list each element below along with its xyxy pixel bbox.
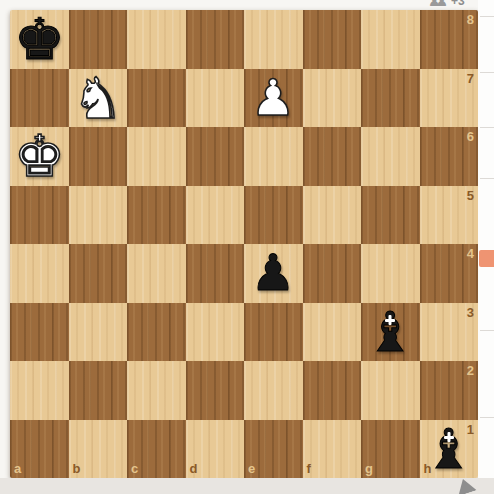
square-e6[interactable] (244, 127, 303, 186)
square-b4[interactable] (69, 244, 128, 303)
scroll-marker[interactable] (479, 250, 494, 267)
separator-line (480, 16, 494, 17)
square-h5[interactable]: 5 (420, 186, 479, 245)
square-b3[interactable] (69, 303, 128, 362)
square-d3[interactable] (186, 303, 245, 362)
file-label-d: d (190, 462, 198, 475)
separator-line (480, 178, 494, 179)
square-h4[interactable]: 4 (420, 244, 479, 303)
square-c2[interactable] (127, 361, 186, 420)
square-f5[interactable] (303, 186, 362, 245)
square-b1[interactable]: b (69, 420, 128, 479)
square-h7[interactable]: 7 (420, 69, 479, 128)
white-knight-b7[interactable]: ♞ (69, 69, 128, 128)
square-c4[interactable] (127, 244, 186, 303)
white-king-a6[interactable]: ♚ (10, 127, 69, 186)
square-e5[interactable] (244, 186, 303, 245)
bishop-cross-detail (444, 436, 454, 439)
square-f8[interactable] (303, 10, 362, 69)
file-label-c: c (131, 462, 138, 475)
square-a1[interactable]: a (10, 420, 69, 479)
square-b7[interactable]: ♞ (69, 69, 128, 128)
square-b2[interactable] (69, 361, 128, 420)
square-d8[interactable] (186, 10, 245, 69)
captured-pieces-indicator: ♟♟ +3 (428, 0, 465, 10)
rank-label-4: 4 (467, 247, 474, 260)
file-label-g: g (365, 462, 373, 475)
square-d4[interactable] (186, 244, 245, 303)
bishop-cross-detail (385, 319, 395, 322)
rank-label-7: 7 (467, 72, 474, 85)
square-e2[interactable] (244, 361, 303, 420)
square-c7[interactable] (127, 69, 186, 128)
separator-line (480, 127, 494, 128)
square-b5[interactable] (69, 186, 128, 245)
square-h1[interactable]: 1h♝ (420, 420, 479, 479)
square-a6[interactable]: ♚ (10, 127, 69, 186)
square-g7[interactable] (361, 69, 420, 128)
separator-line (480, 330, 494, 331)
square-b6[interactable] (69, 127, 128, 186)
black-bishop-h1[interactable]: ♝ (420, 420, 479, 479)
top-strip: ♟♟ +3 (0, 0, 494, 10)
side-panel-edge (478, 0, 494, 478)
square-g6[interactable] (361, 127, 420, 186)
square-f2[interactable] (303, 361, 362, 420)
square-b8[interactable] (69, 10, 128, 69)
square-h3[interactable]: 3 (420, 303, 479, 362)
square-f1[interactable]: f (303, 420, 362, 479)
square-c1[interactable]: c (127, 420, 186, 479)
square-a4[interactable] (10, 244, 69, 303)
black-king-a8[interactable]: ♚ (10, 10, 69, 69)
material-advantage: +3 (451, 0, 465, 8)
square-e8[interactable] (244, 10, 303, 69)
square-g5[interactable] (361, 186, 420, 245)
square-g1[interactable]: g (361, 420, 420, 479)
rank-label-2: 2 (467, 364, 474, 377)
square-d2[interactable] (186, 361, 245, 420)
captured-pawn-icons: ♟♟ (428, 0, 448, 9)
square-c5[interactable] (127, 186, 186, 245)
square-d5[interactable] (186, 186, 245, 245)
square-a7[interactable] (10, 69, 69, 128)
square-g8[interactable] (361, 10, 420, 69)
square-c6[interactable] (127, 127, 186, 186)
square-g3[interactable]: ♝ (361, 303, 420, 362)
square-h8[interactable]: 8 (420, 10, 479, 69)
square-h6[interactable]: 6 (420, 127, 479, 186)
file-label-e: e (248, 462, 255, 475)
square-e1[interactable]: e (244, 420, 303, 479)
bottom-strip (0, 478, 494, 494)
black-bishop-g3[interactable]: ♝ (361, 303, 420, 362)
square-h2[interactable]: 2 (420, 361, 479, 420)
square-a5[interactable] (10, 186, 69, 245)
file-label-b: b (73, 462, 81, 475)
square-a3[interactable] (10, 303, 69, 362)
rank-label-8: 8 (467, 13, 474, 26)
square-c3[interactable] (127, 303, 186, 362)
square-f7[interactable] (303, 69, 362, 128)
file-label-a: a (14, 462, 21, 475)
square-e7[interactable]: ♟ (244, 69, 303, 128)
square-g2[interactable] (361, 361, 420, 420)
square-d7[interactable] (186, 69, 245, 128)
separator-line (480, 72, 494, 73)
rank-label-6: 6 (467, 130, 474, 143)
square-d1[interactable]: d (186, 420, 245, 479)
square-e4[interactable]: ♟ (244, 244, 303, 303)
square-a2[interactable] (10, 361, 69, 420)
square-e3[interactable] (244, 303, 303, 362)
square-a8[interactable]: ♚ (10, 10, 69, 69)
square-g4[interactable] (361, 244, 420, 303)
white-pawn-e7[interactable]: ♟ (244, 69, 303, 128)
rank-label-5: 5 (467, 189, 474, 202)
square-d6[interactable] (186, 127, 245, 186)
square-f4[interactable] (303, 244, 362, 303)
chess-board: ♚8♞♟7♚65♟4♝32abcdefg1h♝ (10, 10, 478, 478)
square-f6[interactable] (303, 127, 362, 186)
separator-line (480, 417, 494, 418)
square-c8[interactable] (127, 10, 186, 69)
black-pawn-e4[interactable]: ♟ (244, 244, 303, 303)
rank-label-3: 3 (467, 306, 474, 319)
square-f3[interactable] (303, 303, 362, 362)
file-label-f: f (307, 462, 311, 475)
